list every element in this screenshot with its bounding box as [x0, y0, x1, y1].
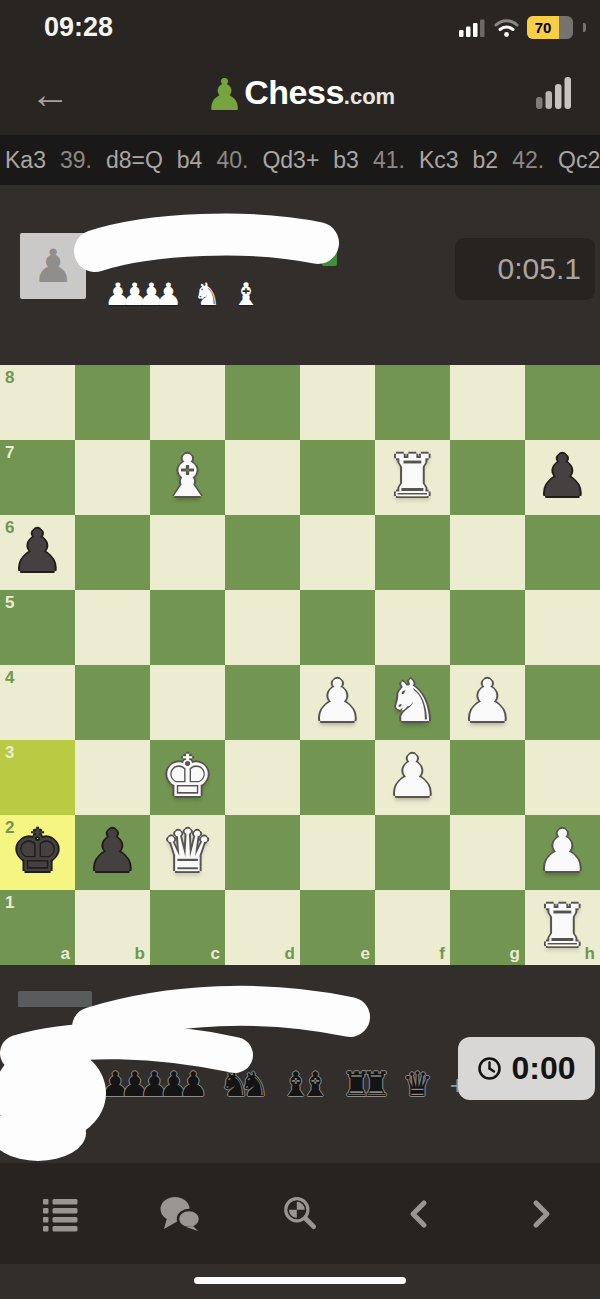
white-knight-f4[interactable]: ♞ — [375, 665, 450, 740]
status-bar: 09:28 70 — [0, 0, 600, 55]
rank-label-4: 4 — [5, 669, 14, 686]
square-a5[interactable]: 5 — [0, 590, 75, 665]
square-d4[interactable] — [225, 665, 300, 740]
square-h7[interactable]: ♟ — [525, 440, 600, 515]
square-c2[interactable]: ♛ — [150, 815, 225, 890]
next-move-icon — [522, 1196, 558, 1232]
move-b2[interactable]: b2 — [473, 147, 499, 174]
square-g4[interactable]: ♟ — [450, 665, 525, 740]
square-f7[interactable]: ♜ — [375, 440, 450, 515]
square-e6[interactable] — [300, 515, 375, 590]
square-d6[interactable] — [225, 515, 300, 590]
square-a8[interactable]: 8 — [0, 365, 75, 440]
status-icons: 70 — [459, 16, 586, 39]
white-rook-f7[interactable]: ♜ — [375, 440, 450, 515]
square-h4[interactable] — [525, 665, 600, 740]
captured-bishop-icon: ♝ — [232, 273, 260, 315]
logo-domain: .com — [344, 84, 395, 109]
move-Qc2[interactable]: Qc2 — [558, 147, 600, 174]
square-d1[interactable]: d — [225, 890, 300, 965]
player-bottom-white: Chi ♟♟♟♟♟♞♞♝♝♜♜♛+26 0:00 — [0, 965, 600, 1163]
captured-rook-group: ♜♜ — [341, 1061, 391, 1114]
square-b1[interactable]: b — [75, 890, 150, 965]
rank-label-8: 8 — [5, 369, 14, 386]
square-h3[interactable] — [525, 740, 600, 815]
square-c4[interactable] — [150, 665, 225, 740]
square-h6[interactable] — [525, 515, 600, 590]
black-pawn-b2[interactable]: ♟ — [75, 815, 150, 890]
move-number-40[interactable]: 40. — [216, 147, 248, 174]
file-label-b: b — [135, 945, 145, 962]
square-h2[interactable]: ♟ — [525, 815, 600, 890]
file-label-c: c — [211, 945, 220, 962]
file-label-e: e — [361, 945, 370, 962]
previous-move-icon — [402, 1196, 438, 1232]
rank-label-5: 5 — [5, 594, 14, 611]
previous-move-button[interactable] — [385, 1179, 455, 1249]
square-e8[interactable] — [300, 365, 375, 440]
square-c6[interactable] — [150, 515, 225, 590]
file-label-g: g — [510, 945, 520, 962]
app-screen: 09:28 70 ← ♟Chess.com — [0, 0, 600, 1299]
chat-button[interactable] — [145, 1179, 215, 1249]
chesscom-logo: ♟Chess.com — [0, 69, 600, 120]
square-g5[interactable] — [450, 590, 525, 665]
square-h1[interactable]: h♜ — [525, 890, 600, 965]
square-d3[interactable] — [225, 740, 300, 815]
square-f5[interactable] — [375, 590, 450, 665]
bottom-captured-pieces: ♟♟♟♟♟♞♞♝♝♜♜♛+26 — [100, 1061, 494, 1107]
file-label-d: d — [285, 945, 295, 962]
next-move-button[interactable] — [505, 1179, 575, 1249]
clock-icon — [477, 1056, 502, 1081]
square-g6[interactable] — [450, 515, 525, 590]
file-label-f: f — [439, 945, 445, 962]
square-g7[interactable] — [450, 440, 525, 515]
square-f1[interactable]: f — [375, 890, 450, 965]
square-f6[interactable] — [375, 515, 450, 590]
file-label-a: a — [61, 945, 70, 962]
white-pawn-g4[interactable]: ♟ — [450, 665, 525, 740]
home-indicator[interactable] — [194, 1277, 406, 1284]
square-b8[interactable] — [75, 365, 150, 440]
square-c1[interactable]: c — [150, 890, 225, 965]
square-a7[interactable]: 7 — [0, 440, 75, 515]
rank-label-2: 2 — [5, 819, 14, 836]
square-b5[interactable] — [75, 590, 150, 665]
square-a3[interactable]: 3 — [0, 740, 75, 815]
captured-bishop-group: ♝ — [232, 273, 260, 321]
moves-list-icon — [41, 1196, 79, 1232]
square-f8[interactable] — [375, 365, 450, 440]
move-b3[interactable]: b3 — [333, 147, 359, 174]
white-pawn-e4[interactable]: ♟ — [300, 665, 375, 740]
white-queen-c2[interactable]: ♛ — [150, 815, 225, 890]
square-d7[interactable] — [225, 440, 300, 515]
captured-knight-icon: ♞ — [239, 1061, 269, 1107]
captured-pawn-icon: ♟ — [154, 273, 182, 315]
captured-bishop-icon: ♝ — [300, 1061, 330, 1107]
square-b3[interactable] — [75, 740, 150, 815]
square-e5[interactable] — [300, 590, 375, 665]
top-player-avatar[interactable]: ♟ — [20, 233, 86, 299]
captured-knight-group: ♞♞ — [219, 1061, 269, 1114]
white-pawn-h2[interactable]: ♟ — [525, 815, 600, 890]
square-d5[interactable] — [225, 590, 300, 665]
top-clock-value: 0:05.1 — [498, 252, 581, 286]
square-c3[interactable]: ♚ — [150, 740, 225, 815]
square-e3[interactable] — [300, 740, 375, 815]
square-e4[interactable]: ♟ — [300, 665, 375, 740]
square-f3[interactable]: ♟ — [375, 740, 450, 815]
battery-icon: 70 — [527, 16, 573, 39]
captured-knight-icon: ♞ — [193, 273, 221, 315]
square-b2[interactable]: ♟ — [75, 815, 150, 890]
square-a6[interactable]: 6♟ — [0, 515, 75, 590]
captured-queen-group: ♛ — [402, 1061, 432, 1114]
square-e1[interactable]: e — [300, 890, 375, 965]
captured-pawn-group: ♟♟♟♟♟ — [100, 1061, 208, 1114]
square-g2[interactable] — [450, 815, 525, 890]
move-list-bar: Ka339.d8=Qb440.Qd3+b341.Kc3b242.Qc2Ka2 — [0, 135, 600, 185]
square-b7[interactable] — [75, 440, 150, 515]
battery-cap — [583, 23, 586, 32]
move-number-39[interactable]: 39. — [60, 147, 92, 174]
square-f2[interactable] — [375, 815, 450, 890]
captured-queen-icon: ♛ — [402, 1061, 432, 1107]
move-d8Q[interactable]: d8=Q — [106, 147, 163, 174]
logo-text: Chess — [244, 73, 344, 111]
square-c5[interactable] — [150, 590, 225, 665]
top-player-clock: 0:05.1 — [455, 238, 595, 300]
square-e7[interactable] — [300, 440, 375, 515]
move-Ka3[interactable]: Ka3 — [5, 147, 46, 174]
square-h5[interactable] — [525, 590, 600, 665]
square-b4[interactable] — [75, 665, 150, 740]
square-d2[interactable] — [225, 815, 300, 890]
white-king-c3[interactable]: ♚ — [150, 740, 225, 815]
cellular-signal-icon — [459, 19, 486, 37]
connection-bars-icon[interactable] — [536, 77, 572, 109]
square-g3[interactable] — [450, 740, 525, 815]
bottom-player-name[interactable]: Chi — [112, 1009, 151, 1040]
top-captured-pieces: ♟♟♟♟♞♝ — [104, 273, 271, 315]
square-h8[interactable] — [525, 365, 600, 440]
square-c8[interactable] — [150, 365, 225, 440]
square-b6[interactable] — [75, 515, 150, 590]
bottom-toolbar — [0, 1163, 600, 1264]
captured-pawn-icon: ♟ — [178, 1061, 208, 1107]
square-f4[interactable]: ♞ — [375, 665, 450, 740]
header: ← ♟Chess.com — [0, 55, 600, 135]
square-d8[interactable] — [225, 365, 300, 440]
bottom-player-clock: 0:00 — [458, 1037, 595, 1100]
white-bishop-c7[interactable]: ♝ — [150, 440, 225, 515]
chat-icon — [159, 1196, 201, 1232]
logo-pawn-icon: ♟ — [205, 69, 244, 120]
analysis-icon — [281, 1195, 319, 1233]
square-g8[interactable] — [450, 365, 525, 440]
square-a2[interactable]: 2♚ — [0, 815, 75, 890]
wifi-icon — [494, 19, 519, 37]
move-Qd3[interactable]: Qd3+ — [262, 147, 319, 174]
black-pawn-h7[interactable]: ♟ — [525, 440, 600, 515]
moves-list-button[interactable] — [25, 1179, 95, 1249]
square-e2[interactable] — [300, 815, 375, 890]
square-g1[interactable]: g — [450, 890, 525, 965]
captured-pawn-group: ♟♟♟♟ — [104, 273, 182, 321]
captured-rook-icon: ♜ — [361, 1061, 391, 1107]
move-number-41[interactable]: 41. — [373, 147, 405, 174]
bottom-player-avatar[interactable] — [18, 991, 92, 1007]
avatar-pawn-icon: ♟ — [32, 239, 73, 293]
player-top-black: ♟ ♟♟♟♟♞♝ 0:05.1 — [0, 185, 600, 365]
top-player-flag — [322, 235, 337, 266]
move-b4[interactable]: b4 — [177, 147, 203, 174]
move-Kc3[interactable]: Kc3 — [419, 147, 459, 174]
rank-label-6: 6 — [5, 519, 14, 536]
square-a1[interactable]: 1a — [0, 890, 75, 965]
chess-board: 87♝♜♟6♟54♟♞♟3♚♟2♚♟♛♟1abcdefgh♜ — [0, 365, 600, 965]
bottom-clock-value: 0:00 — [511, 1050, 575, 1087]
rank-label-7: 7 — [5, 444, 14, 461]
status-clock: 09:28 — [44, 12, 113, 43]
rank-label-1: 1 — [5, 894, 14, 911]
battery-level: 70 — [527, 16, 559, 39]
captured-knight-group: ♞ — [193, 273, 221, 321]
analysis-button[interactable] — [265, 1179, 335, 1249]
white-pawn-f3[interactable]: ♟ — [375, 740, 450, 815]
rank-label-3: 3 — [5, 744, 14, 761]
square-a4[interactable]: 4 — [0, 665, 75, 740]
move-number-42[interactable]: 42. — [512, 147, 544, 174]
captured-bishop-group: ♝♝ — [280, 1061, 330, 1114]
square-c7[interactable]: ♝ — [150, 440, 225, 515]
file-label-h: h — [585, 945, 595, 962]
